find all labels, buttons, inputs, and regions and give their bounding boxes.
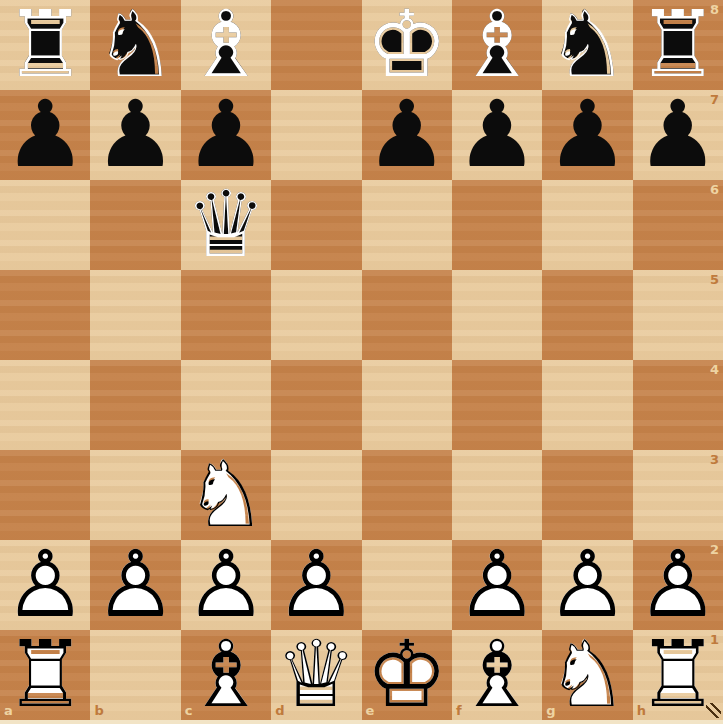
- square-b2[interactable]: ♟♙: [90, 540, 180, 630]
- square-h4[interactable]: 4: [633, 360, 723, 450]
- square-f5[interactable]: [452, 270, 542, 360]
- piece-black-pawn[interactable]: ♟: [181, 90, 271, 180]
- piece-white-pawn[interactable]: ♟♙: [633, 540, 723, 630]
- chess-board: ♜♖♞♘♝♗♚♔♝♗♞♘♜♖8♟♟♟♟♟♟♟7♛♕654♞♘3♟♙♟♙♟♙♟♙♟…: [0, 0, 723, 720]
- square-b3[interactable]: [90, 450, 180, 540]
- piece-white-queen[interactable]: ♛♕: [271, 630, 361, 720]
- piece-black-pawn[interactable]: ♟: [0, 90, 90, 180]
- piece-white-pawn[interactable]: ♟♙: [271, 540, 361, 630]
- square-g4[interactable]: [542, 360, 632, 450]
- piece-black-rook[interactable]: ♜♖: [0, 0, 90, 90]
- piece-white-rook[interactable]: ♜♖: [0, 630, 90, 720]
- piece-black-bishop[interactable]: ♝♗: [452, 0, 542, 90]
- square-c1[interactable]: ♝♗c: [181, 630, 271, 720]
- square-a4[interactable]: [0, 360, 90, 450]
- square-g2[interactable]: ♟♙: [542, 540, 632, 630]
- square-h2[interactable]: ♟♙2: [633, 540, 723, 630]
- piece-white-knight[interactable]: ♞♘: [542, 630, 632, 720]
- square-h7[interactable]: ♟7: [633, 90, 723, 180]
- square-d1[interactable]: ♛♕d: [271, 630, 361, 720]
- square-e6[interactable]: [362, 180, 452, 270]
- piece-black-bishop[interactable]: ♝♗: [181, 0, 271, 90]
- square-c8[interactable]: ♝♗: [181, 0, 271, 90]
- piece-black-pawn[interactable]: ♟: [90, 90, 180, 180]
- square-h5[interactable]: 5: [633, 270, 723, 360]
- square-f4[interactable]: [452, 360, 542, 450]
- rank-label-3: 3: [710, 453, 719, 466]
- square-d8[interactable]: [271, 0, 361, 90]
- square-a3[interactable]: [0, 450, 90, 540]
- piece-white-pawn[interactable]: ♟♙: [542, 540, 632, 630]
- square-g5[interactable]: [542, 270, 632, 360]
- square-e1[interactable]: ♚♔e: [362, 630, 452, 720]
- square-h3[interactable]: 3: [633, 450, 723, 540]
- square-g3[interactable]: [542, 450, 632, 540]
- chess-board-container: ♜♖♞♘♝♗♚♔♝♗♞♘♜♖8♟♟♟♟♟♟♟7♛♕654♞♘3♟♙♟♙♟♙♟♙♟…: [0, 0, 723, 724]
- square-d3[interactable]: [271, 450, 361, 540]
- square-e4[interactable]: [362, 360, 452, 450]
- piece-black-knight[interactable]: ♞♘: [90, 0, 180, 90]
- piece-white-knight[interactable]: ♞♘: [181, 450, 271, 540]
- piece-black-pawn[interactable]: ♟: [362, 90, 452, 180]
- square-a5[interactable]: [0, 270, 90, 360]
- file-label-b: b: [94, 704, 103, 717]
- piece-black-pawn[interactable]: ♟: [633, 90, 723, 180]
- square-c2[interactable]: ♟♙: [181, 540, 271, 630]
- square-b5[interactable]: [90, 270, 180, 360]
- square-d7[interactable]: [271, 90, 361, 180]
- square-h6[interactable]: 6: [633, 180, 723, 270]
- square-f1[interactable]: ♝♗f: [452, 630, 542, 720]
- square-d4[interactable]: [271, 360, 361, 450]
- square-d5[interactable]: [271, 270, 361, 360]
- square-f3[interactable]: [452, 450, 542, 540]
- piece-white-bishop[interactable]: ♝♗: [181, 630, 271, 720]
- square-c3[interactable]: ♞♘: [181, 450, 271, 540]
- square-c7[interactable]: ♟: [181, 90, 271, 180]
- square-f2[interactable]: ♟♙: [452, 540, 542, 630]
- piece-white-bishop[interactable]: ♝♗: [452, 630, 542, 720]
- square-a7[interactable]: ♟: [0, 90, 90, 180]
- square-b6[interactable]: [90, 180, 180, 270]
- square-a6[interactable]: [0, 180, 90, 270]
- rank-label-5: 5: [710, 273, 719, 286]
- square-c6[interactable]: ♛♕: [181, 180, 271, 270]
- piece-black-rook[interactable]: ♜♖: [633, 0, 723, 90]
- square-d6[interactable]: [271, 180, 361, 270]
- square-e3[interactable]: [362, 450, 452, 540]
- rank-label-4: 4: [710, 363, 719, 376]
- piece-white-king[interactable]: ♚♔: [362, 630, 452, 720]
- square-g1[interactable]: ♞♘g: [542, 630, 632, 720]
- square-g8[interactable]: ♞♘: [542, 0, 632, 90]
- square-b8[interactable]: ♞♘: [90, 0, 180, 90]
- square-f8[interactable]: ♝♗: [452, 0, 542, 90]
- piece-white-pawn[interactable]: ♟♙: [90, 540, 180, 630]
- square-b7[interactable]: ♟: [90, 90, 180, 180]
- square-e8[interactable]: ♚♔: [362, 0, 452, 90]
- square-e5[interactable]: [362, 270, 452, 360]
- square-f7[interactable]: ♟: [452, 90, 542, 180]
- square-g6[interactable]: [542, 180, 632, 270]
- piece-black-king[interactable]: ♚♔: [362, 0, 452, 90]
- square-e2[interactable]: [362, 540, 452, 630]
- square-b1[interactable]: b: [90, 630, 180, 720]
- piece-black-pawn[interactable]: ♟: [452, 90, 542, 180]
- square-g7[interactable]: ♟: [542, 90, 632, 180]
- piece-black-pawn[interactable]: ♟: [542, 90, 632, 180]
- piece-white-pawn[interactable]: ♟♙: [0, 540, 90, 630]
- square-c5[interactable]: [181, 270, 271, 360]
- board-resize-handle-icon[interactable]: [706, 703, 721, 718]
- square-d2[interactable]: ♟♙: [271, 540, 361, 630]
- piece-black-knight[interactable]: ♞♘: [542, 0, 632, 90]
- piece-black-queen[interactable]: ♛♕: [181, 180, 271, 270]
- square-e7[interactable]: ♟: [362, 90, 452, 180]
- square-a2[interactable]: ♟♙: [0, 540, 90, 630]
- square-c4[interactable]: [181, 360, 271, 450]
- square-a1[interactable]: ♜♖a: [0, 630, 90, 720]
- square-b4[interactable]: [90, 360, 180, 450]
- square-a8[interactable]: ♜♖: [0, 0, 90, 90]
- square-h8[interactable]: ♜♖8: [633, 0, 723, 90]
- piece-white-pawn[interactable]: ♟♙: [181, 540, 271, 630]
- square-f6[interactable]: [452, 180, 542, 270]
- piece-white-pawn[interactable]: ♟♙: [452, 540, 542, 630]
